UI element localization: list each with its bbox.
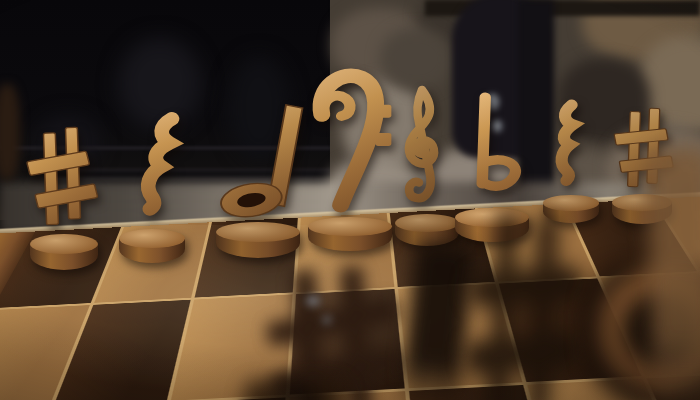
chess-piece-rest16 [117,107,187,263]
piece-glyph-rest16 [535,95,600,203]
piece-layer [0,0,700,400]
chess-piece-flat [454,90,530,242]
piece-glyph-halfnote [212,94,309,229]
piece-glyph-bassclef [303,61,397,223]
chess-piece-rest16 [542,97,600,223]
piece-glyph-flat [454,89,534,216]
piece-glyph-sharp [23,117,101,242]
piece-glyph-trebleclef [384,78,463,222]
chess-piece-sharp [610,100,674,224]
chess-piece-bassclef [303,61,397,251]
chess-piece-halfnote [212,96,304,258]
chess-piece-trebleclef [391,80,463,246]
piece-glyph-sharp [610,99,677,201]
photo-scene: Music note chess set [0,0,700,400]
piece-glyph-rest16 [117,104,200,239]
chess-piece-sharp [27,118,101,270]
